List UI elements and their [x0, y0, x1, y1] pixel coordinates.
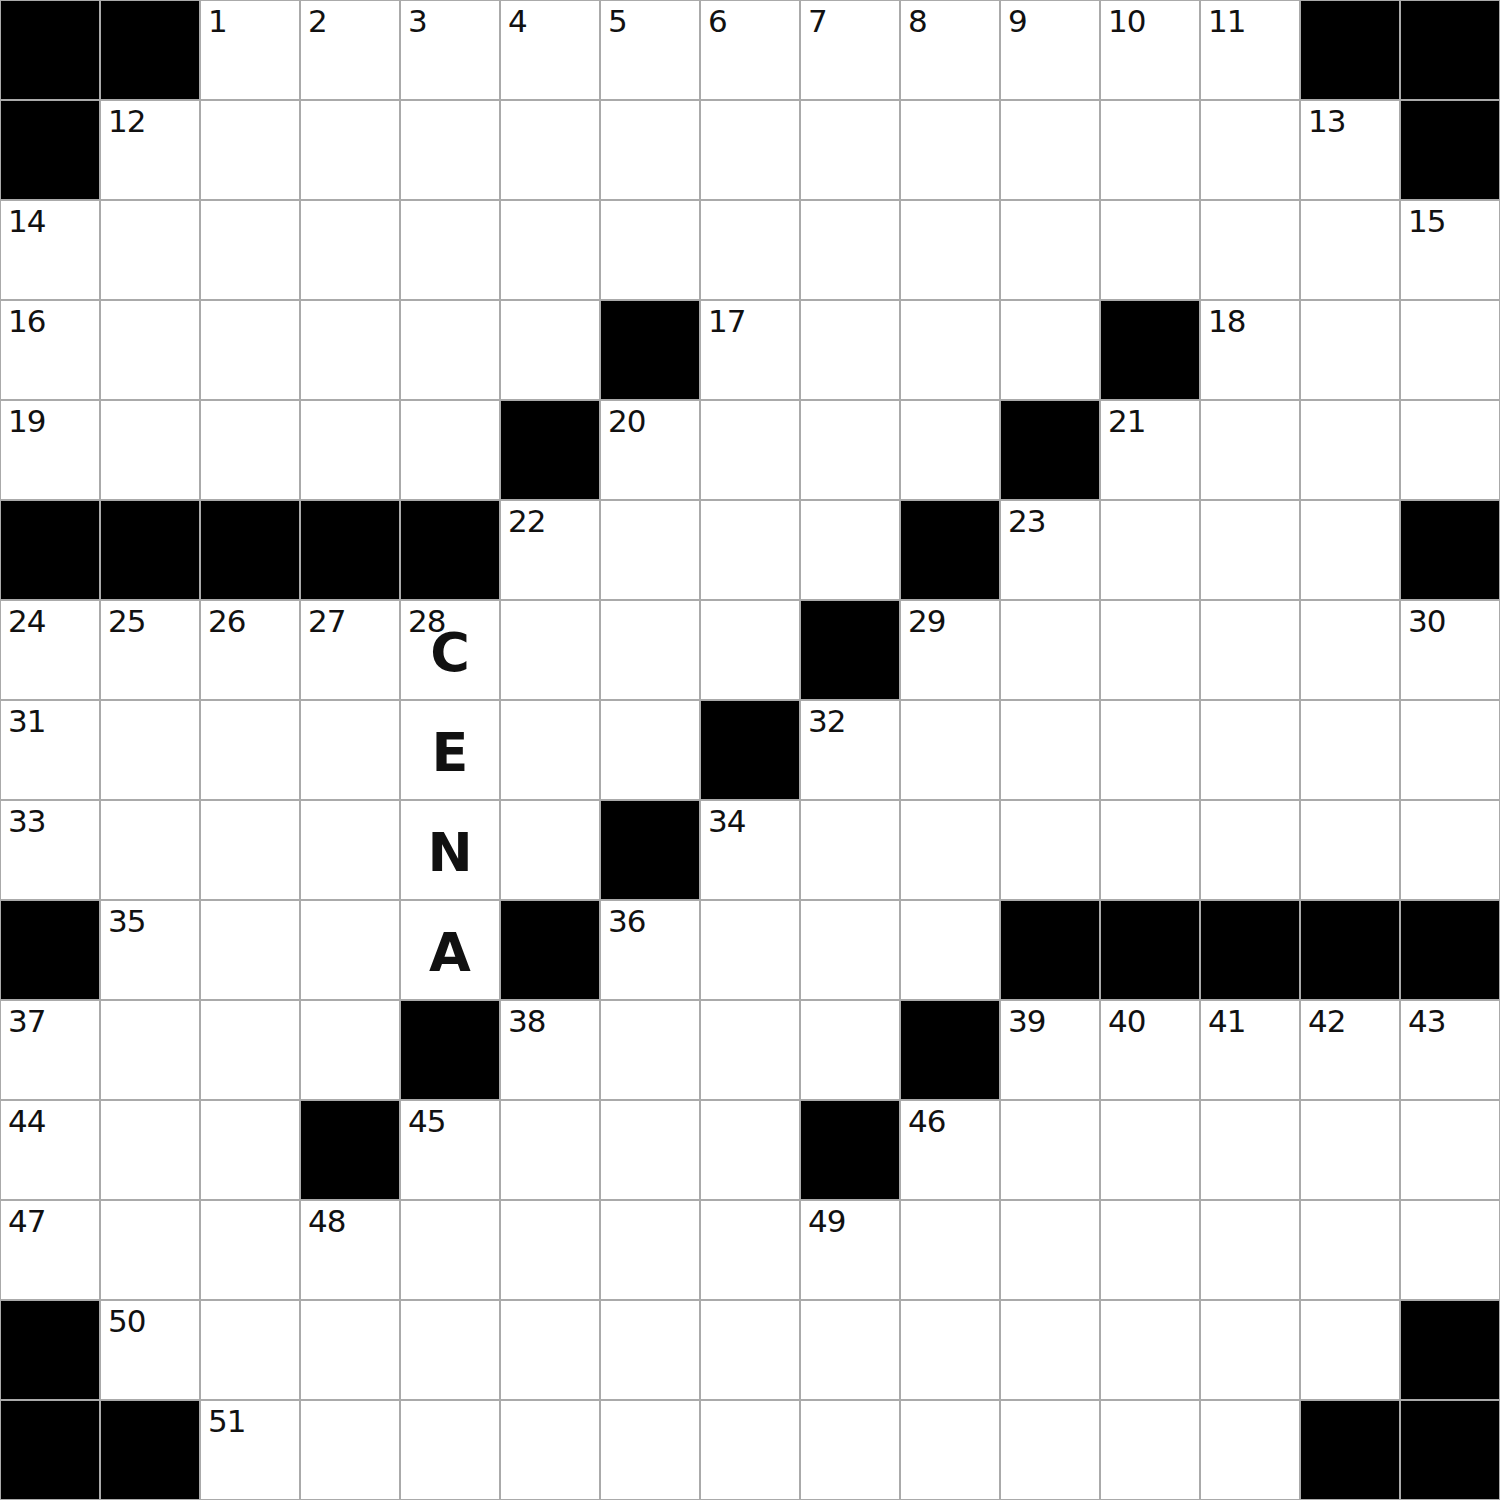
cell-r3c7[interactable] [601, 201, 699, 299]
clue-number: 39 [1008, 1004, 1045, 1038]
cell-r14c13[interactable] [1201, 1301, 1299, 1399]
block-cell-r5c6 [501, 401, 599, 499]
block-cell-r1c15 [1401, 1, 1499, 99]
cell-r2c6[interactable] [501, 101, 599, 199]
cell-r1c10[interactable]: 8 [901, 1, 999, 99]
clue-number: 23 [1008, 504, 1045, 538]
cell-r4c14[interactable] [1301, 301, 1399, 399]
cell-r6c11[interactable]: 23 [1001, 501, 1099, 599]
cell-r15c7[interactable] [601, 1401, 699, 1499]
cell-r7c10[interactable]: 29 [901, 601, 999, 699]
cell-r5c8[interactable] [701, 401, 799, 499]
clue-number: 44 [8, 1104, 45, 1138]
cell-r9c11[interactable] [1001, 801, 1099, 899]
cell-r13c11[interactable] [1001, 1201, 1099, 1299]
cell-r9c14[interactable] [1301, 801, 1399, 899]
block-cell-r1c1 [1, 1, 99, 99]
cell-r15c10[interactable] [901, 1401, 999, 1499]
cell-r7c4[interactable]: 27 [301, 601, 399, 699]
cell-r14c9[interactable] [801, 1301, 899, 1399]
cell-r12c15[interactable] [1401, 1101, 1499, 1199]
block-cell-r10c15 [1401, 901, 1499, 999]
clue-number: 25 [108, 604, 145, 638]
cell-r13c6[interactable] [501, 1201, 599, 1299]
clue-number: 43 [1408, 1004, 1445, 1038]
cell-r6c12[interactable] [1101, 501, 1199, 599]
cell-r13c4[interactable]: 48 [301, 1201, 399, 1299]
cell-r9c4[interactable] [301, 801, 399, 899]
cell-r9c8[interactable]: 34 [701, 801, 799, 899]
cell-r2c4[interactable] [301, 101, 399, 199]
cell-r3c12[interactable] [1101, 201, 1199, 299]
block-cell-r6c10 [901, 501, 999, 599]
cell-r15c4[interactable] [301, 1401, 399, 1499]
block-cell-r2c15 [1401, 101, 1499, 199]
cell-r15c11[interactable] [1001, 1401, 1099, 1499]
clue-number: 6 [708, 4, 727, 38]
cell-r11c6[interactable]: 38 [501, 1001, 599, 1099]
cell-r14c4[interactable] [301, 1301, 399, 1399]
cell-r10c2[interactable]: 35 [101, 901, 199, 999]
cell-r15c5[interactable] [401, 1401, 499, 1499]
cell-r15c13[interactable] [1201, 1401, 1299, 1499]
block-cell-r2c1 [1, 101, 99, 199]
clue-number: 46 [908, 1104, 945, 1138]
cell-r2c3[interactable] [201, 101, 299, 199]
cell-r10c9[interactable] [801, 901, 899, 999]
block-cell-r7c9 [801, 601, 899, 699]
cell-r10c7[interactable]: 36 [601, 901, 699, 999]
letter-entry: C [401, 601, 499, 699]
cell-r15c3[interactable]: 51 [201, 1401, 299, 1499]
cell-r10c4[interactable] [301, 901, 399, 999]
cell-r8c4[interactable] [301, 701, 399, 799]
cell-r7c13[interactable] [1201, 601, 1299, 699]
clue-number: 35 [108, 904, 145, 938]
clue-number: 38 [508, 1004, 545, 1038]
cell-r12c14[interactable] [1301, 1101, 1399, 1199]
cell-r1c12[interactable]: 10 [1101, 1, 1199, 99]
clue-number: 11 [1208, 4, 1245, 38]
cell-r6c14[interactable] [1301, 501, 1399, 599]
cell-r12c12[interactable] [1101, 1101, 1199, 1199]
cell-r5c14[interactable] [1301, 401, 1399, 499]
cell-r8c2[interactable] [101, 701, 199, 799]
cell-r6c7[interactable] [601, 501, 699, 599]
block-cell-r15c2 [101, 1401, 199, 1499]
clue-number: 48 [308, 1204, 345, 1238]
clue-number: 14 [8, 204, 45, 238]
cell-r9c2[interactable] [101, 801, 199, 899]
cell-r4c13[interactable]: 18 [1201, 301, 1299, 399]
cell-r5c7[interactable]: 20 [601, 401, 699, 499]
clue-number: 32 [808, 704, 845, 738]
cell-r11c7[interactable] [601, 1001, 699, 1099]
clue-number: 33 [8, 804, 45, 838]
block-cell-r4c12 [1101, 301, 1199, 399]
cell-r15c9[interactable] [801, 1401, 899, 1499]
cell-r1c7[interactable]: 5 [601, 1, 699, 99]
block-cell-r6c15 [1401, 501, 1499, 599]
cell-r8c9[interactable]: 32 [801, 701, 899, 799]
clue-number: 27 [308, 604, 345, 638]
cell-r8c3[interactable] [201, 701, 299, 799]
cell-r4c2[interactable] [101, 301, 199, 399]
block-cell-r14c1 [1, 1301, 99, 1399]
cell-r15c12[interactable] [1101, 1401, 1199, 1499]
cell-r12c11[interactable] [1001, 1101, 1099, 1199]
cell-r5c3[interactable] [201, 401, 299, 499]
block-cell-r1c2 [101, 1, 199, 99]
cell-r11c12[interactable]: 40 [1101, 1001, 1199, 1099]
cell-r1c5[interactable]: 3 [401, 1, 499, 99]
block-cell-r10c13 [1201, 901, 1299, 999]
cell-r12c13[interactable] [1201, 1101, 1299, 1199]
clue-number: 41 [1208, 1004, 1245, 1038]
block-cell-r10c14 [1301, 901, 1399, 999]
block-cell-r15c1 [1, 1401, 99, 1499]
cell-r11c11[interactable]: 39 [1001, 1001, 1099, 1099]
clue-number: 34 [708, 804, 745, 838]
cell-r5c1[interactable]: 19 [1, 401, 99, 499]
cell-r4c1[interactable]: 16 [1, 301, 99, 399]
cell-r4c10[interactable] [901, 301, 999, 399]
clue-number: 9 [1008, 4, 1027, 38]
cell-r13c3[interactable] [201, 1201, 299, 1299]
clue-number: 49 [808, 1204, 845, 1238]
cell-r1c8[interactable]: 6 [701, 1, 799, 99]
cell-r8c1[interactable]: 31 [1, 701, 99, 799]
crossword-board: 1234567891011121314151617181920212223242… [0, 0, 1500, 1500]
cell-r4c9[interactable] [801, 301, 899, 399]
block-cell-r14c15 [1401, 1301, 1499, 1399]
cell-r2c12[interactable] [1101, 101, 1199, 199]
cell-r7c14[interactable] [1301, 601, 1399, 699]
cell-r14c14[interactable] [1301, 1301, 1399, 1399]
cell-r7c6[interactable] [501, 601, 599, 699]
cell-r2c10[interactable] [901, 101, 999, 199]
cell-r7c2[interactable]: 25 [101, 601, 199, 699]
cell-r11c2[interactable] [101, 1001, 199, 1099]
block-cell-r10c1 [1, 901, 99, 999]
cell-r7c15[interactable]: 30 [1401, 601, 1499, 699]
block-cell-r6c3 [201, 501, 299, 599]
cell-r8c7[interactable] [601, 701, 699, 799]
cell-r13c2[interactable] [101, 1201, 199, 1299]
block-cell-r4c7 [601, 301, 699, 399]
cell-r13c10[interactable] [901, 1201, 999, 1299]
cell-r8c12[interactable] [1101, 701, 1199, 799]
cell-r8c14[interactable] [1301, 701, 1399, 799]
cell-r2c8[interactable] [701, 101, 799, 199]
cell-r4c8[interactable]: 17 [701, 301, 799, 399]
cell-r3c5[interactable] [401, 201, 499, 299]
block-cell-r6c4 [301, 501, 399, 599]
letter-entry: N [401, 801, 499, 899]
cell-r4c5[interactable] [401, 301, 499, 399]
cell-r11c14[interactable]: 42 [1301, 1001, 1399, 1099]
cell-r15c8[interactable] [701, 1401, 799, 1499]
cell-r9c13[interactable] [1201, 801, 1299, 899]
cell-r10c8[interactable] [701, 901, 799, 999]
block-cell-r8c8 [701, 701, 799, 799]
block-cell-r6c1 [1, 501, 99, 599]
block-cell-r15c14 [1301, 1401, 1399, 1499]
cell-r3c3[interactable] [201, 201, 299, 299]
clue-number: 17 [708, 304, 745, 338]
cell-r15c6[interactable] [501, 1401, 599, 1499]
clue-number: 30 [1408, 604, 1445, 638]
cell-r2c7[interactable] [601, 101, 699, 199]
cell-r5c12[interactable]: 21 [1101, 401, 1199, 499]
letter-entry: A [401, 901, 499, 999]
cell-r3c15[interactable]: 15 [1401, 201, 1499, 299]
block-cell-r12c4 [301, 1101, 399, 1199]
cell-r3c8[interactable] [701, 201, 799, 299]
clue-number: 15 [1408, 204, 1445, 238]
cell-r12c7[interactable] [601, 1101, 699, 1199]
cell-r13c12[interactable] [1101, 1201, 1199, 1299]
cell-r1c9[interactable]: 7 [801, 1, 899, 99]
clue-number: 20 [608, 404, 645, 438]
cell-r13c5[interactable] [401, 1201, 499, 1299]
block-cell-r12c9 [801, 1101, 899, 1199]
clue-number: 2 [308, 4, 327, 38]
cell-r12c2[interactable] [101, 1101, 199, 1199]
cell-r11c4[interactable] [301, 1001, 399, 1099]
cell-r3c6[interactable] [501, 201, 599, 299]
cell-r12c3[interactable] [201, 1101, 299, 1199]
cell-r8c5[interactable]: E [401, 701, 499, 799]
clue-number: 50 [108, 1304, 145, 1338]
cell-r5c10[interactable] [901, 401, 999, 499]
clue-number: 19 [8, 404, 45, 438]
cell-r4c15[interactable] [1401, 301, 1499, 399]
cell-r3c1[interactable]: 14 [1, 201, 99, 299]
clue-number: 4 [508, 4, 527, 38]
cell-r9c1[interactable]: 33 [1, 801, 99, 899]
cell-r8c15[interactable] [1401, 701, 1499, 799]
cell-r6c8[interactable] [701, 501, 799, 599]
cell-r5c9[interactable] [801, 401, 899, 499]
clue-number: 45 [408, 1104, 445, 1138]
cell-r11c13[interactable]: 41 [1201, 1001, 1299, 1099]
clue-number: 12 [108, 104, 145, 138]
clue-number: 21 [1108, 404, 1145, 438]
cell-r10c10[interactable] [901, 901, 999, 999]
cell-r14c6[interactable] [501, 1301, 599, 1399]
cell-r6c13[interactable] [1201, 501, 1299, 599]
cell-r9c5[interactable]: N [401, 801, 499, 899]
cell-r4c3[interactable] [201, 301, 299, 399]
cell-r5c4[interactable] [301, 401, 399, 499]
cell-r12c6[interactable] [501, 1101, 599, 1199]
cell-r14c5[interactable] [401, 1301, 499, 1399]
cell-r6c9[interactable] [801, 501, 899, 599]
cell-r10c3[interactable] [201, 901, 299, 999]
block-cell-r11c5 [401, 1001, 499, 1099]
cell-r1c4[interactable]: 2 [301, 1, 399, 99]
cell-r9c12[interactable] [1101, 801, 1199, 899]
cell-r4c11[interactable] [1001, 301, 1099, 399]
block-cell-r6c5 [401, 501, 499, 599]
cell-r14c11[interactable] [1001, 1301, 1099, 1399]
cell-r8c11[interactable] [1001, 701, 1099, 799]
block-cell-r10c11 [1001, 901, 1099, 999]
cell-r9c15[interactable] [1401, 801, 1499, 899]
block-cell-r11c10 [901, 1001, 999, 1099]
cell-r13c9[interactable]: 49 [801, 1201, 899, 1299]
clue-number: 31 [8, 704, 45, 738]
cell-r13c8[interactable] [701, 1201, 799, 1299]
cell-r3c10[interactable] [901, 201, 999, 299]
clue-number: 3 [408, 4, 427, 38]
block-cell-r5c11 [1001, 401, 1099, 499]
cell-r14c3[interactable] [201, 1301, 299, 1399]
block-cell-r10c6 [501, 901, 599, 999]
cell-r1c6[interactable]: 4 [501, 1, 599, 99]
cell-r13c15[interactable] [1401, 1201, 1499, 1299]
clue-number: 36 [608, 904, 645, 938]
cell-r11c1[interactable]: 37 [1, 1001, 99, 1099]
cell-r6c6[interactable]: 22 [501, 501, 599, 599]
clue-number: 13 [1308, 104, 1345, 138]
clue-number: 7 [808, 4, 827, 38]
cell-r5c5[interactable] [401, 401, 499, 499]
clue-number: 16 [8, 304, 45, 338]
block-cell-r10c12 [1101, 901, 1199, 999]
cell-r4c6[interactable] [501, 301, 599, 399]
cell-r2c9[interactable] [801, 101, 899, 199]
cell-r14c12[interactable] [1101, 1301, 1199, 1399]
clue-number: 37 [8, 1004, 45, 1038]
cell-r10c5[interactable]: A [401, 901, 499, 999]
clue-number: 51 [208, 1404, 245, 1438]
cell-r3c9[interactable] [801, 201, 899, 299]
cell-r5c13[interactable] [1201, 401, 1299, 499]
block-cell-r1c14 [1301, 1, 1399, 99]
clue-number: 26 [208, 604, 245, 638]
clue-number: 22 [508, 504, 545, 538]
clue-number: 42 [1308, 1004, 1345, 1038]
cell-r4c4[interactable] [301, 301, 399, 399]
clue-number: 40 [1108, 1004, 1145, 1038]
cell-r7c8[interactable] [701, 601, 799, 699]
cell-r1c13[interactable]: 11 [1201, 1, 1299, 99]
cell-r14c8[interactable] [701, 1301, 799, 1399]
cell-r5c2[interactable] [101, 401, 199, 499]
cell-r11c9[interactable] [801, 1001, 899, 1099]
cell-r2c13[interactable] [1201, 101, 1299, 199]
cell-r7c1[interactable]: 24 [1, 601, 99, 699]
cell-r9c9[interactable] [801, 801, 899, 899]
cell-r8c10[interactable] [901, 701, 999, 799]
cell-r11c8[interactable] [701, 1001, 799, 1099]
cell-r14c7[interactable] [601, 1301, 699, 1399]
clue-number: 10 [1108, 4, 1145, 38]
cell-r2c5[interactable] [401, 101, 499, 199]
letter-entry: E [401, 701, 499, 799]
cell-r11c3[interactable] [201, 1001, 299, 1099]
cell-r7c3[interactable]: 26 [201, 601, 299, 699]
cell-r13c1[interactable]: 47 [1, 1201, 99, 1299]
cell-r7c12[interactable] [1101, 601, 1199, 699]
cell-r13c13[interactable] [1201, 1201, 1299, 1299]
cell-r12c8[interactable] [701, 1101, 799, 1199]
cell-r9c10[interactable] [901, 801, 999, 899]
cell-r9c3[interactable] [201, 801, 299, 899]
cell-r13c14[interactable] [1301, 1201, 1399, 1299]
cell-r2c11[interactable] [1001, 101, 1099, 199]
cell-r3c13[interactable] [1201, 201, 1299, 299]
cell-r2c14[interactable]: 13 [1301, 101, 1399, 199]
clue-number: 29 [908, 604, 945, 638]
cell-r7c5[interactable]: 28C [401, 601, 499, 699]
clue-number: 1 [208, 4, 227, 38]
clue-number: 8 [908, 4, 927, 38]
clue-number: 24 [8, 604, 45, 638]
cell-r1c3[interactable]: 1 [201, 1, 299, 99]
clue-number: 5 [608, 4, 627, 38]
clue-number: 18 [1208, 304, 1245, 338]
cell-r3c14[interactable] [1301, 201, 1399, 299]
clue-number: 47 [8, 1204, 45, 1238]
cell-r9c6[interactable] [501, 801, 599, 899]
cell-r12c5[interactable]: 45 [401, 1101, 499, 1199]
cell-r5c15[interactable] [1401, 401, 1499, 499]
cell-r11c15[interactable]: 43 [1401, 1001, 1499, 1099]
cell-r12c10[interactable]: 46 [901, 1101, 999, 1199]
cell-r13c7[interactable] [601, 1201, 699, 1299]
cell-r7c11[interactable] [1001, 601, 1099, 699]
cell-r3c2[interactable] [101, 201, 199, 299]
block-cell-r9c7 [601, 801, 699, 899]
cell-r14c10[interactable] [901, 1301, 999, 1399]
cell-r7c7[interactable] [601, 601, 699, 699]
cell-r3c4[interactable] [301, 201, 399, 299]
cell-r2c2[interactable]: 12 [101, 101, 199, 199]
cell-r3c11[interactable] [1001, 201, 1099, 299]
cell-r1c11[interactable]: 9 [1001, 1, 1099, 99]
cell-r8c6[interactable] [501, 701, 599, 799]
block-cell-r6c2 [101, 501, 199, 599]
block-cell-r15c15 [1401, 1401, 1499, 1499]
cell-r8c13[interactable] [1201, 701, 1299, 799]
cell-r12c1[interactable]: 44 [1, 1101, 99, 1199]
cell-r14c2[interactable]: 50 [101, 1301, 199, 1399]
